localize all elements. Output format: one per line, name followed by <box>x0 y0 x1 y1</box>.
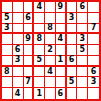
cell-r5c5[interactable]: 2 <box>45 45 56 56</box>
cell-r2c2[interactable] <box>13 13 24 24</box>
cell-r4c3[interactable]: 9 <box>24 34 35 45</box>
cell-r4c8[interactable]: 3 <box>77 34 88 45</box>
cell-r3c6[interactable] <box>56 24 67 35</box>
cell-r5c8[interactable]: 5 <box>77 45 88 56</box>
cell-r6c4[interactable]: 5 <box>34 56 45 67</box>
cell-r8c7[interactable]: 5 <box>67 77 78 88</box>
cell-r2c3[interactable]: 6 <box>24 13 35 24</box>
cell-r2c5[interactable] <box>45 13 56 24</box>
cell-r3c4[interactable] <box>34 24 45 35</box>
cell-r7c1[interactable]: 8 <box>2 67 13 78</box>
cell-r3c8[interactable] <box>77 24 88 35</box>
cell-r8c3[interactable]: 7 <box>24 77 35 88</box>
cell-r1c1[interactable] <box>2 2 13 13</box>
cell-r1c2[interactable] <box>13 2 24 13</box>
cell-r8c8[interactable] <box>77 77 88 88</box>
cell-r2c8[interactable] <box>77 13 88 24</box>
cell-r8c5[interactable] <box>45 77 56 88</box>
cell-r8c1[interactable] <box>2 77 13 88</box>
cell-r7c6[interactable] <box>56 67 67 78</box>
cell-r7c5[interactable]: 4 <box>45 67 56 78</box>
cell-r3c1[interactable]: 3 <box>2 24 13 35</box>
cell-r8c6[interactable] <box>56 77 67 88</box>
cell-r4c5[interactable] <box>45 34 56 45</box>
cell-r3c2[interactable] <box>13 24 24 35</box>
cell-r2c9[interactable] <box>88 13 99 24</box>
cell-r9c9[interactable] <box>88 88 99 99</box>
cell-r4c1[interactable] <box>2 34 13 45</box>
cell-r1c6[interactable]: 9 <box>56 2 67 13</box>
cell-r6c5[interactable] <box>45 56 56 67</box>
cell-r5c1[interactable] <box>2 45 13 56</box>
cell-r3c3[interactable] <box>24 24 35 35</box>
cell-r6c3[interactable] <box>24 56 35 67</box>
cell-r5c9[interactable] <box>88 45 99 56</box>
cell-r6c8[interactable] <box>77 56 88 67</box>
cell-r7c8[interactable] <box>77 67 88 78</box>
cell-r7c9[interactable]: 6 <box>88 67 99 78</box>
cell-r2c6[interactable] <box>56 13 67 24</box>
cell-r1c9[interactable] <box>88 2 99 13</box>
cell-r6c2[interactable]: 3 <box>13 56 24 67</box>
cell-r2c4[interactable] <box>34 13 45 24</box>
cell-r9c4[interactable]: 1 <box>34 88 45 99</box>
cell-r5c3[interactable] <box>24 45 35 56</box>
cell-r6c7[interactable]: 6 <box>67 56 78 67</box>
cell-r3c9[interactable]: 7 <box>88 24 99 35</box>
cell-r4c6[interactable]: 4 <box>56 34 67 45</box>
cell-r2c7[interactable]: 3 <box>67 13 78 24</box>
cell-r3c5[interactable]: 8 <box>45 24 56 35</box>
cell-r9c6[interactable]: 6 <box>56 88 67 99</box>
cell-r4c4[interactable]: 8 <box>34 34 45 45</box>
cell-r7c3[interactable] <box>24 67 35 78</box>
cell-r9c1[interactable] <box>2 88 13 99</box>
cell-r1c3[interactable] <box>24 2 35 13</box>
cell-r4c9[interactable] <box>88 34 99 45</box>
cell-r1c7[interactable] <box>67 2 78 13</box>
cell-r9c3[interactable] <box>24 88 35 99</box>
cell-r3c7[interactable] <box>67 24 78 35</box>
cell-r8c4[interactable] <box>34 77 45 88</box>
cell-r4c2[interactable] <box>13 34 24 45</box>
cell-r9c7[interactable] <box>67 88 78 99</box>
cell-r6c6[interactable]: 1 <box>56 56 67 67</box>
cell-r7c4[interactable] <box>34 67 45 78</box>
cell-r5c2[interactable]: 6 <box>13 45 24 56</box>
cell-r1c8[interactable]: 6 <box>77 2 88 13</box>
cell-r9c5[interactable] <box>45 88 56 99</box>
cell-r9c8[interactable] <box>77 88 88 99</box>
cell-r7c2[interactable] <box>13 67 24 78</box>
cell-r1c4[interactable]: 4 <box>34 2 45 13</box>
cell-r9c2[interactable]: 4 <box>13 88 24 99</box>
cell-r6c9[interactable] <box>88 56 99 67</box>
cell-r4c7[interactable] <box>67 34 78 45</box>
cell-r7c7[interactable] <box>67 67 78 78</box>
cell-r5c7[interactable] <box>67 45 78 56</box>
cell-r1c5[interactable] <box>45 2 56 13</box>
cell-r8c9[interactable]: 3 <box>88 77 99 88</box>
cell-r8c2[interactable] <box>13 77 24 88</box>
cell-r6c1[interactable] <box>2 56 13 67</box>
cell-r2c1[interactable]: 5 <box>2 13 13 24</box>
cell-r5c4[interactable] <box>34 45 45 56</box>
sudoku-board: 4 9 6 5 6 3 3 8 7 9 8 4 3 6 2 5 3 5 1 6 … <box>0 0 101 101</box>
cell-r5c6[interactable] <box>56 45 67 56</box>
